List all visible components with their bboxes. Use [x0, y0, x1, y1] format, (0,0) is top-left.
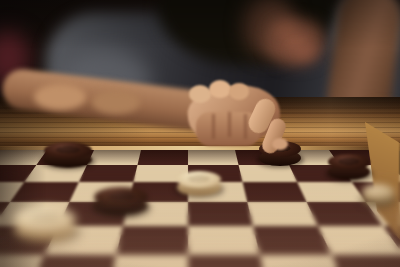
- fingertip-on-piece: [272, 138, 288, 150]
- finger-crease: [212, 114, 215, 139]
- forearm-highlight: [34, 84, 86, 110]
- finger-crease: [228, 112, 231, 137]
- checker-dark-r0c1: [44, 142, 92, 168]
- forearm-highlight: [92, 90, 140, 114]
- knuckle: [229, 83, 249, 100]
- knuckle: [189, 85, 211, 103]
- foreground-haze: [0, 180, 400, 267]
- finger-crease: [244, 114, 247, 139]
- photo-scene: [0, 0, 400, 267]
- knuckle: [209, 80, 231, 98]
